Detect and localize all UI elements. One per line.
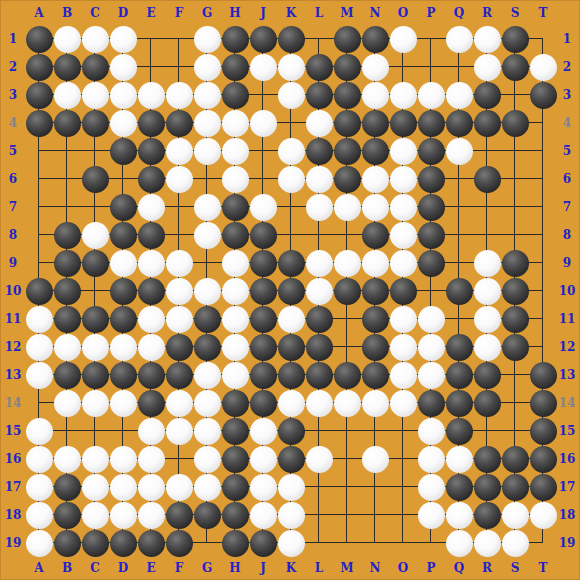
intersection-r13[interactable] <box>473 361 501 389</box>
intersection-j5[interactable] <box>249 137 277 165</box>
intersection-p7[interactable] <box>417 193 445 221</box>
intersection-e8[interactable] <box>137 221 165 249</box>
intersection-e9[interactable] <box>137 249 165 277</box>
intersection-m9[interactable] <box>333 249 361 277</box>
intersection-r2[interactable] <box>473 53 501 81</box>
intersection-c7[interactable] <box>81 193 109 221</box>
intersection-e11[interactable] <box>137 305 165 333</box>
intersection-q3[interactable] <box>445 81 473 109</box>
intersection-c4[interactable] <box>81 109 109 137</box>
intersection-f2[interactable] <box>165 53 193 81</box>
intersection-r18[interactable] <box>473 501 501 529</box>
intersection-j13[interactable] <box>249 361 277 389</box>
intersection-r9[interactable] <box>473 249 501 277</box>
intersection-l10[interactable] <box>305 277 333 305</box>
intersection-n15[interactable] <box>361 417 389 445</box>
intersection-p13[interactable] <box>417 361 445 389</box>
intersection-l6[interactable] <box>305 165 333 193</box>
intersection-t15[interactable] <box>529 417 557 445</box>
intersection-j16[interactable] <box>249 445 277 473</box>
intersection-q11[interactable] <box>445 305 473 333</box>
intersection-a17[interactable] <box>25 473 53 501</box>
intersection-k7[interactable] <box>277 193 305 221</box>
intersection-t16[interactable] <box>529 445 557 473</box>
intersection-a4[interactable] <box>25 109 53 137</box>
intersection-l13[interactable] <box>305 361 333 389</box>
intersection-n7[interactable] <box>361 193 389 221</box>
intersection-l2[interactable] <box>305 53 333 81</box>
intersection-d18[interactable] <box>109 501 137 529</box>
intersection-b12[interactable] <box>53 333 81 361</box>
intersection-p16[interactable] <box>417 445 445 473</box>
intersection-o10[interactable] <box>389 277 417 305</box>
intersection-d4[interactable] <box>109 109 137 137</box>
intersection-k19[interactable] <box>277 529 305 557</box>
intersection-a2[interactable] <box>25 53 53 81</box>
intersection-o12[interactable] <box>389 333 417 361</box>
intersection-q10[interactable] <box>445 277 473 305</box>
intersection-d6[interactable] <box>109 165 137 193</box>
intersection-r3[interactable] <box>473 81 501 109</box>
intersection-s1[interactable] <box>501 25 529 53</box>
intersection-l15[interactable] <box>305 417 333 445</box>
intersection-q18[interactable] <box>445 501 473 529</box>
intersection-e17[interactable] <box>137 473 165 501</box>
intersection-c2[interactable] <box>81 53 109 81</box>
intersection-p15[interactable] <box>417 417 445 445</box>
intersection-f8[interactable] <box>165 221 193 249</box>
intersection-c19[interactable] <box>81 529 109 557</box>
intersection-r5[interactable] <box>473 137 501 165</box>
intersection-t1[interactable] <box>529 25 557 53</box>
intersection-m10[interactable] <box>333 277 361 305</box>
intersection-a10[interactable] <box>25 277 53 305</box>
intersection-c14[interactable] <box>81 389 109 417</box>
intersection-o2[interactable] <box>389 53 417 81</box>
intersection-g19[interactable] <box>193 529 221 557</box>
intersection-p17[interactable] <box>417 473 445 501</box>
intersection-k14[interactable] <box>277 389 305 417</box>
intersection-o14[interactable] <box>389 389 417 417</box>
intersection-a6[interactable] <box>25 165 53 193</box>
intersection-o1[interactable] <box>389 25 417 53</box>
intersection-s4[interactable] <box>501 109 529 137</box>
intersection-h1[interactable] <box>221 25 249 53</box>
intersection-r10[interactable] <box>473 277 501 305</box>
intersection-j9[interactable] <box>249 249 277 277</box>
intersection-b9[interactable] <box>53 249 81 277</box>
intersection-h17[interactable] <box>221 473 249 501</box>
intersection-g8[interactable] <box>193 221 221 249</box>
intersection-h4[interactable] <box>221 109 249 137</box>
intersection-p19[interactable] <box>417 529 445 557</box>
intersection-p1[interactable] <box>417 25 445 53</box>
intersection-b15[interactable] <box>53 417 81 445</box>
intersection-f7[interactable] <box>165 193 193 221</box>
intersection-t7[interactable] <box>529 193 557 221</box>
intersection-f5[interactable] <box>165 137 193 165</box>
intersection-o8[interactable] <box>389 221 417 249</box>
intersection-k16[interactable] <box>277 445 305 473</box>
intersection-d12[interactable] <box>109 333 137 361</box>
intersection-q7[interactable] <box>445 193 473 221</box>
intersection-q16[interactable] <box>445 445 473 473</box>
intersection-d7[interactable] <box>109 193 137 221</box>
intersection-j10[interactable] <box>249 277 277 305</box>
intersection-c11[interactable] <box>81 305 109 333</box>
intersection-r16[interactable] <box>473 445 501 473</box>
intersection-a12[interactable] <box>25 333 53 361</box>
intersection-p2[interactable] <box>417 53 445 81</box>
intersection-b3[interactable] <box>53 81 81 109</box>
intersection-c9[interactable] <box>81 249 109 277</box>
intersection-a1[interactable] <box>25 25 53 53</box>
intersection-j6[interactable] <box>249 165 277 193</box>
intersection-a5[interactable] <box>25 137 53 165</box>
intersection-j18[interactable] <box>249 501 277 529</box>
intersection-c16[interactable] <box>81 445 109 473</box>
intersection-p5[interactable] <box>417 137 445 165</box>
intersection-h18[interactable] <box>221 501 249 529</box>
intersection-e5[interactable] <box>137 137 165 165</box>
intersection-m7[interactable] <box>333 193 361 221</box>
intersection-l19[interactable] <box>305 529 333 557</box>
intersection-q8[interactable] <box>445 221 473 249</box>
intersection-q14[interactable] <box>445 389 473 417</box>
intersection-j14[interactable] <box>249 389 277 417</box>
intersection-f6[interactable] <box>165 165 193 193</box>
intersection-b14[interactable] <box>53 389 81 417</box>
intersection-m18[interactable] <box>333 501 361 529</box>
intersection-d13[interactable] <box>109 361 137 389</box>
intersection-k17[interactable] <box>277 473 305 501</box>
intersection-o9[interactable] <box>389 249 417 277</box>
intersection-e19[interactable] <box>137 529 165 557</box>
intersection-q2[interactable] <box>445 53 473 81</box>
intersection-h8[interactable] <box>221 221 249 249</box>
intersection-g7[interactable] <box>193 193 221 221</box>
intersection-a19[interactable] <box>25 529 53 557</box>
intersection-s10[interactable] <box>501 277 529 305</box>
intersection-c5[interactable] <box>81 137 109 165</box>
intersection-p10[interactable] <box>417 277 445 305</box>
intersection-h19[interactable] <box>221 529 249 557</box>
intersection-h12[interactable] <box>221 333 249 361</box>
intersection-c13[interactable] <box>81 361 109 389</box>
intersection-n19[interactable] <box>361 529 389 557</box>
intersection-e13[interactable] <box>137 361 165 389</box>
intersection-b5[interactable] <box>53 137 81 165</box>
intersection-n3[interactable] <box>361 81 389 109</box>
intersection-c12[interactable] <box>81 333 109 361</box>
intersection-q9[interactable] <box>445 249 473 277</box>
intersection-c3[interactable] <box>81 81 109 109</box>
intersection-e18[interactable] <box>137 501 165 529</box>
intersection-t4[interactable] <box>529 109 557 137</box>
intersection-o16[interactable] <box>389 445 417 473</box>
intersection-j3[interactable] <box>249 81 277 109</box>
intersection-g16[interactable] <box>193 445 221 473</box>
intersection-p8[interactable] <box>417 221 445 249</box>
intersection-e2[interactable] <box>137 53 165 81</box>
intersection-l18[interactable] <box>305 501 333 529</box>
intersection-n8[interactable] <box>361 221 389 249</box>
intersection-s2[interactable] <box>501 53 529 81</box>
intersection-l3[interactable] <box>305 81 333 109</box>
intersection-f4[interactable] <box>165 109 193 137</box>
intersection-k11[interactable] <box>277 305 305 333</box>
intersection-k1[interactable] <box>277 25 305 53</box>
intersection-n18[interactable] <box>361 501 389 529</box>
intersection-q17[interactable] <box>445 473 473 501</box>
intersection-d5[interactable] <box>109 137 137 165</box>
intersection-g13[interactable] <box>193 361 221 389</box>
intersection-a3[interactable] <box>25 81 53 109</box>
intersection-g4[interactable] <box>193 109 221 137</box>
intersection-g17[interactable] <box>193 473 221 501</box>
intersection-o13[interactable] <box>389 361 417 389</box>
intersection-t14[interactable] <box>529 389 557 417</box>
intersection-c15[interactable] <box>81 417 109 445</box>
intersection-o19[interactable] <box>389 529 417 557</box>
intersection-t2[interactable] <box>529 53 557 81</box>
intersection-n12[interactable] <box>361 333 389 361</box>
intersection-o4[interactable] <box>389 109 417 137</box>
intersection-d19[interactable] <box>109 529 137 557</box>
intersection-a18[interactable] <box>25 501 53 529</box>
intersection-m3[interactable] <box>333 81 361 109</box>
intersection-m13[interactable] <box>333 361 361 389</box>
intersection-s14[interactable] <box>501 389 529 417</box>
intersection-f11[interactable] <box>165 305 193 333</box>
intersection-c18[interactable] <box>81 501 109 529</box>
intersection-a9[interactable] <box>25 249 53 277</box>
intersection-r11[interactable] <box>473 305 501 333</box>
intersection-c17[interactable] <box>81 473 109 501</box>
intersection-h16[interactable] <box>221 445 249 473</box>
intersection-s5[interactable] <box>501 137 529 165</box>
intersection-k10[interactable] <box>277 277 305 305</box>
intersection-r7[interactable] <box>473 193 501 221</box>
intersection-k12[interactable] <box>277 333 305 361</box>
intersection-a8[interactable] <box>25 221 53 249</box>
intersection-e1[interactable] <box>137 25 165 53</box>
intersection-c6[interactable] <box>81 165 109 193</box>
intersection-l5[interactable] <box>305 137 333 165</box>
intersection-k13[interactable] <box>277 361 305 389</box>
intersection-q12[interactable] <box>445 333 473 361</box>
intersection-b2[interactable] <box>53 53 81 81</box>
intersection-q5[interactable] <box>445 137 473 165</box>
intersection-k2[interactable] <box>277 53 305 81</box>
intersection-h5[interactable] <box>221 137 249 165</box>
intersection-s12[interactable] <box>501 333 529 361</box>
intersection-d16[interactable] <box>109 445 137 473</box>
intersection-h11[interactable] <box>221 305 249 333</box>
intersection-p6[interactable] <box>417 165 445 193</box>
intersection-l12[interactable] <box>305 333 333 361</box>
intersection-b17[interactable] <box>53 473 81 501</box>
intersection-n1[interactable] <box>361 25 389 53</box>
intersection-a14[interactable] <box>25 389 53 417</box>
intersection-o5[interactable] <box>389 137 417 165</box>
intersection-k8[interactable] <box>277 221 305 249</box>
intersection-q4[interactable] <box>445 109 473 137</box>
intersection-a13[interactable] <box>25 361 53 389</box>
intersection-s13[interactable] <box>501 361 529 389</box>
intersection-p4[interactable] <box>417 109 445 137</box>
intersection-a11[interactable] <box>25 305 53 333</box>
intersection-a16[interactable] <box>25 445 53 473</box>
intersection-t19[interactable] <box>529 529 557 557</box>
intersection-s18[interactable] <box>501 501 529 529</box>
intersection-j4[interactable] <box>249 109 277 137</box>
intersection-s17[interactable] <box>501 473 529 501</box>
intersection-k15[interactable] <box>277 417 305 445</box>
intersection-m16[interactable] <box>333 445 361 473</box>
intersection-h15[interactable] <box>221 417 249 445</box>
intersection-n16[interactable] <box>361 445 389 473</box>
intersection-s9[interactable] <box>501 249 529 277</box>
intersection-e10[interactable] <box>137 277 165 305</box>
intersection-f12[interactable] <box>165 333 193 361</box>
intersection-p3[interactable] <box>417 81 445 109</box>
intersection-o6[interactable] <box>389 165 417 193</box>
intersection-o11[interactable] <box>389 305 417 333</box>
intersection-b8[interactable] <box>53 221 81 249</box>
intersection-l17[interactable] <box>305 473 333 501</box>
intersection-t5[interactable] <box>529 137 557 165</box>
intersection-s11[interactable] <box>501 305 529 333</box>
intersection-h6[interactable] <box>221 165 249 193</box>
intersection-f19[interactable] <box>165 529 193 557</box>
intersection-g5[interactable] <box>193 137 221 165</box>
intersection-t18[interactable] <box>529 501 557 529</box>
intersection-f17[interactable] <box>165 473 193 501</box>
intersection-b18[interactable] <box>53 501 81 529</box>
intersection-n14[interactable] <box>361 389 389 417</box>
intersection-n6[interactable] <box>361 165 389 193</box>
intersection-e4[interactable] <box>137 109 165 137</box>
intersection-h3[interactable] <box>221 81 249 109</box>
intersection-b6[interactable] <box>53 165 81 193</box>
intersection-e14[interactable] <box>137 389 165 417</box>
intersection-f15[interactable] <box>165 417 193 445</box>
intersection-o17[interactable] <box>389 473 417 501</box>
intersection-m14[interactable] <box>333 389 361 417</box>
intersection-h14[interactable] <box>221 389 249 417</box>
intersection-m1[interactable] <box>333 25 361 53</box>
intersection-p9[interactable] <box>417 249 445 277</box>
intersection-p11[interactable] <box>417 305 445 333</box>
intersection-o15[interactable] <box>389 417 417 445</box>
intersection-e12[interactable] <box>137 333 165 361</box>
intersection-m2[interactable] <box>333 53 361 81</box>
intersection-e3[interactable] <box>137 81 165 109</box>
intersection-q15[interactable] <box>445 417 473 445</box>
intersection-m6[interactable] <box>333 165 361 193</box>
intersection-e7[interactable] <box>137 193 165 221</box>
intersection-h7[interactable] <box>221 193 249 221</box>
intersection-h9[interactable] <box>221 249 249 277</box>
intersection-g2[interactable] <box>193 53 221 81</box>
intersection-f3[interactable] <box>165 81 193 109</box>
intersection-r1[interactable] <box>473 25 501 53</box>
intersection-g18[interactable] <box>193 501 221 529</box>
intersection-n2[interactable] <box>361 53 389 81</box>
intersection-k6[interactable] <box>277 165 305 193</box>
intersection-g15[interactable] <box>193 417 221 445</box>
intersection-j17[interactable] <box>249 473 277 501</box>
intersection-j8[interactable] <box>249 221 277 249</box>
intersection-q6[interactable] <box>445 165 473 193</box>
intersection-b7[interactable] <box>53 193 81 221</box>
intersection-d17[interactable] <box>109 473 137 501</box>
intersection-f9[interactable] <box>165 249 193 277</box>
intersection-k3[interactable] <box>277 81 305 109</box>
intersection-f10[interactable] <box>165 277 193 305</box>
intersection-e6[interactable] <box>137 165 165 193</box>
intersection-b19[interactable] <box>53 529 81 557</box>
intersection-o18[interactable] <box>389 501 417 529</box>
intersection-s8[interactable] <box>501 221 529 249</box>
intersection-h13[interactable] <box>221 361 249 389</box>
intersection-t11[interactable] <box>529 305 557 333</box>
intersection-b11[interactable] <box>53 305 81 333</box>
intersection-r8[interactable] <box>473 221 501 249</box>
intersection-f13[interactable] <box>165 361 193 389</box>
intersection-a7[interactable] <box>25 193 53 221</box>
intersection-t12[interactable] <box>529 333 557 361</box>
intersection-t6[interactable] <box>529 165 557 193</box>
intersection-s15[interactable] <box>501 417 529 445</box>
intersection-g6[interactable] <box>193 165 221 193</box>
intersection-g1[interactable] <box>193 25 221 53</box>
intersection-n17[interactable] <box>361 473 389 501</box>
intersection-l4[interactable] <box>305 109 333 137</box>
intersection-g11[interactable] <box>193 305 221 333</box>
intersection-g10[interactable] <box>193 277 221 305</box>
intersection-j12[interactable] <box>249 333 277 361</box>
intersection-c8[interactable] <box>81 221 109 249</box>
intersection-b13[interactable] <box>53 361 81 389</box>
intersection-p14[interactable] <box>417 389 445 417</box>
intersection-k4[interactable] <box>277 109 305 137</box>
intersection-q1[interactable] <box>445 25 473 53</box>
intersection-d10[interactable] <box>109 277 137 305</box>
intersection-d1[interactable] <box>109 25 137 53</box>
intersection-k9[interactable] <box>277 249 305 277</box>
intersection-h2[interactable] <box>221 53 249 81</box>
intersection-d8[interactable] <box>109 221 137 249</box>
intersection-r14[interactable] <box>473 389 501 417</box>
intersection-d14[interactable] <box>109 389 137 417</box>
intersection-j1[interactable] <box>249 25 277 53</box>
intersection-f1[interactable] <box>165 25 193 53</box>
intersection-m4[interactable] <box>333 109 361 137</box>
intersection-t17[interactable] <box>529 473 557 501</box>
intersection-j15[interactable] <box>249 417 277 445</box>
intersection-r6[interactable] <box>473 165 501 193</box>
intersection-t13[interactable] <box>529 361 557 389</box>
intersection-h10[interactable] <box>221 277 249 305</box>
intersection-s6[interactable] <box>501 165 529 193</box>
intersection-q13[interactable] <box>445 361 473 389</box>
intersection-c10[interactable] <box>81 277 109 305</box>
intersection-n10[interactable] <box>361 277 389 305</box>
intersection-r4[interactable] <box>473 109 501 137</box>
intersection-d9[interactable] <box>109 249 137 277</box>
